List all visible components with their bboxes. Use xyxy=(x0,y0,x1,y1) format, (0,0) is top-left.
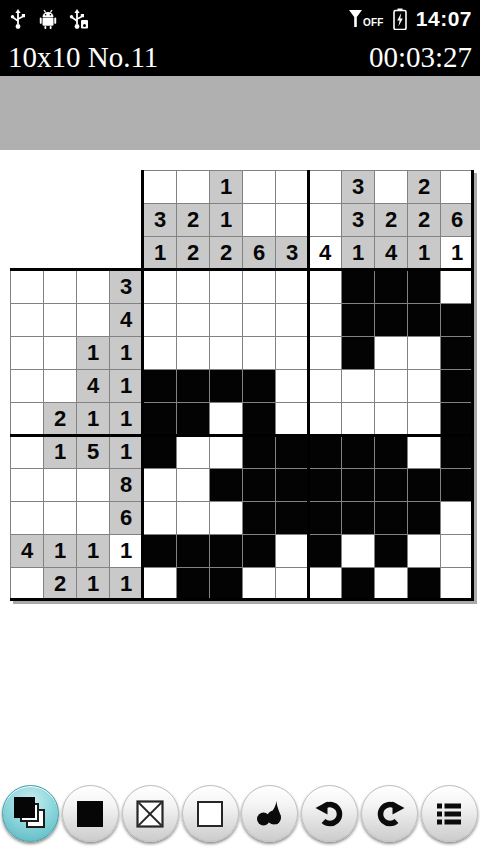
board-cell-r4c1[interactable] xyxy=(144,370,176,402)
redo-arrow-icon xyxy=(374,798,406,830)
board-cell-r2c10[interactable] xyxy=(441,304,473,336)
top-clue-r2c1: 3 xyxy=(144,204,176,236)
board-cell-r5c5[interactable] xyxy=(276,403,308,435)
board-cell-r9c10[interactable] xyxy=(441,535,473,567)
board-cell-r3c4[interactable] xyxy=(243,337,275,369)
board-cell-r8c8[interactable] xyxy=(375,502,407,534)
board-cell-r2c1[interactable] xyxy=(144,304,176,336)
board-cell-r8c4[interactable] xyxy=(243,502,275,534)
board-cell-r5c4[interactable] xyxy=(243,403,275,435)
left-clue-r10c3: 1 xyxy=(77,568,109,600)
board-cell-r7c3[interactable] xyxy=(210,469,242,501)
left-clue-r4c1 xyxy=(11,370,43,402)
board-cell-r7c8[interactable] xyxy=(375,469,407,501)
clear-white-button[interactable] xyxy=(182,785,239,842)
left-clue-r6c1 xyxy=(11,436,43,468)
board-cell-r3c1[interactable] xyxy=(144,337,176,369)
left-clue-r4c2 xyxy=(44,370,76,402)
board-cell-r6c6[interactable] xyxy=(309,436,341,468)
board-cell-r9c1[interactable] xyxy=(144,535,176,567)
app-screen: OFF 14:07 10x10 No.11 00:03:27 132321322… xyxy=(0,0,480,854)
top-clue-r1c5 xyxy=(276,171,308,203)
left-clue-r9c1: 4 xyxy=(11,535,43,567)
black-square-icon xyxy=(77,801,103,827)
board-cell-r4c7[interactable] xyxy=(342,370,374,402)
left-clue-r6c4: 1 xyxy=(110,436,142,468)
top-clue-r1c3: 1 xyxy=(210,171,242,203)
board-cell-r2c8[interactable] xyxy=(375,304,407,336)
board-cell-r8c5[interactable] xyxy=(276,502,308,534)
clock-time: 14:07 xyxy=(416,7,472,31)
status-icons-left xyxy=(8,8,90,30)
board-cell-r5c6[interactable] xyxy=(309,403,341,435)
left-clue-r1c4: 3 xyxy=(110,271,142,303)
top-clue-r1c2 xyxy=(177,171,209,203)
left-clue-r2c3 xyxy=(77,304,109,336)
board-cell-r2c6[interactable] xyxy=(309,304,341,336)
left-clue-r7c1 xyxy=(11,469,43,501)
top-clue-r3c9: 1 xyxy=(408,237,440,269)
board-cell-r8c6[interactable] xyxy=(309,502,341,534)
board-cell-r6c1[interactable] xyxy=(144,436,176,468)
top-clue-r2c7: 3 xyxy=(342,204,374,236)
menu-button[interactable] xyxy=(421,785,478,842)
left-clue-r1c3 xyxy=(77,271,109,303)
board-cell-r8c1[interactable] xyxy=(144,502,176,534)
board-cell-r6c9[interactable] xyxy=(408,436,440,468)
board-cell-r9c8[interactable] xyxy=(375,535,407,567)
board-cell-r10c10[interactable] xyxy=(441,568,473,600)
board-cell-r2c5[interactable] xyxy=(276,304,308,336)
board-cell-r6c4[interactable] xyxy=(243,436,275,468)
left-clue-r10c4: 1 xyxy=(110,568,142,600)
board-cell-r8c9[interactable] xyxy=(408,502,440,534)
board-cell-r3c5[interactable] xyxy=(276,337,308,369)
board-cell-r9c6[interactable] xyxy=(309,535,341,567)
board-shadow-right xyxy=(474,173,477,604)
left-clue-r3c1 xyxy=(11,337,43,369)
board-cell-r4c2[interactable] xyxy=(177,370,209,402)
fill-black-button[interactable] xyxy=(62,785,119,842)
board-cell-r8c3[interactable] xyxy=(210,502,242,534)
board-cell-r10c3[interactable] xyxy=(210,568,242,600)
board-cell-r1c6[interactable] xyxy=(309,271,341,303)
left-clue-r3c4: 1 xyxy=(110,337,142,369)
left-clue-r1c2 xyxy=(44,271,76,303)
brush-button[interactable] xyxy=(241,785,298,842)
board-cell-r2c7[interactable] xyxy=(342,304,374,336)
left-clue-r5c1 xyxy=(11,403,43,435)
board-cell-r4c9[interactable] xyxy=(408,370,440,402)
board-cell-r6c8[interactable] xyxy=(375,436,407,468)
elapsed-timer: 00:03:27 xyxy=(369,41,472,74)
board-cell-r6c7[interactable] xyxy=(342,436,374,468)
top-clue-r3c1: 1 xyxy=(144,237,176,269)
clue-corner xyxy=(10,170,143,270)
list-menu-icon xyxy=(434,799,464,829)
board-cell-r5c2[interactable] xyxy=(177,403,209,435)
top-clue-r3c8: 4 xyxy=(375,237,407,269)
left-clue-r1c1 xyxy=(11,271,43,303)
board-cell-r1c9[interactable] xyxy=(408,271,440,303)
top-clue-r2c9: 2 xyxy=(408,204,440,236)
board-cell-r2c4[interactable] xyxy=(243,304,275,336)
top-clue-r3c3: 2 xyxy=(210,237,242,269)
status-bar: OFF 14:07 xyxy=(0,0,480,38)
top-clue-r1c4 xyxy=(243,171,275,203)
left-clue-r9c4: 1 xyxy=(110,535,142,567)
board-cell-r1c1[interactable] xyxy=(144,271,176,303)
multi-tool-button[interactable] xyxy=(2,785,59,842)
board-cell-r5c7[interactable] xyxy=(342,403,374,435)
usb-icon xyxy=(8,8,28,30)
board-cell-r4c3[interactable] xyxy=(210,370,242,402)
top-clue-r3c2: 2 xyxy=(177,237,209,269)
left-clue-r8c1 xyxy=(11,502,43,534)
board-cell-r7c10[interactable] xyxy=(441,469,473,501)
board-cell-r4c10[interactable] xyxy=(441,370,473,402)
top-clue-r3c7: 1 xyxy=(342,237,374,269)
board-cell-r3c8[interactable] xyxy=(375,337,407,369)
board-cell-r2c2[interactable] xyxy=(177,304,209,336)
board-cell-r1c10[interactable] xyxy=(441,271,473,303)
left-clue-r10c2: 2 xyxy=(44,568,76,600)
board-cell-r7c4[interactable] xyxy=(243,469,275,501)
board-cell-r1c5[interactable] xyxy=(276,271,308,303)
board-cell-r10c1[interactable] xyxy=(144,568,176,600)
board-cell-r1c2[interactable] xyxy=(177,271,209,303)
thick-line-row5-6 xyxy=(10,434,474,437)
top-clue-r3c4: 6 xyxy=(243,237,275,269)
top-clue-r1c7: 3 xyxy=(342,171,374,203)
board-cell-r8c7[interactable] xyxy=(342,502,374,534)
board-cell-r1c4[interactable] xyxy=(243,271,275,303)
board-cell-r5c9[interactable] xyxy=(408,403,440,435)
left-clue-r7c4: 8 xyxy=(110,469,142,501)
board-cell-r10c7[interactable] xyxy=(342,568,374,600)
undo-button[interactable] xyxy=(301,785,358,842)
left-clue-r7c2 xyxy=(44,469,76,501)
board-cell-r7c2[interactable] xyxy=(177,469,209,501)
top-clue-r1c10 xyxy=(441,171,473,203)
board-cell-r3c7[interactable] xyxy=(342,337,374,369)
board-cell-r9c2[interactable] xyxy=(177,535,209,567)
board-cell-r9c7[interactable] xyxy=(342,535,374,567)
board-cell-r2c9[interactable] xyxy=(408,304,440,336)
signal-off-label: OFF xyxy=(363,17,384,28)
title-bar: 10x10 No.11 00:03:27 xyxy=(0,38,480,76)
board-cell-r4c4[interactable] xyxy=(243,370,275,402)
board-cell-r10c6[interactable] xyxy=(309,568,341,600)
board-cell-r1c7[interactable] xyxy=(342,271,374,303)
left-clue-r2c1 xyxy=(11,304,43,336)
left-clue-r3c3: 1 xyxy=(77,337,109,369)
board-cell-r7c9[interactable] xyxy=(408,469,440,501)
board-cell-r7c7[interactable] xyxy=(342,469,374,501)
board-cell-r9c3[interactable] xyxy=(210,535,242,567)
board-cell-r3c6[interactable] xyxy=(309,337,341,369)
top-clue-r2c10: 6 xyxy=(441,204,473,236)
board-cell-r5c8[interactable] xyxy=(375,403,407,435)
board-cell-r5c1[interactable] xyxy=(144,403,176,435)
board-cell-r10c5[interactable] xyxy=(276,568,308,600)
top-clue-r2c5 xyxy=(276,204,308,236)
board-cell-r10c2[interactable] xyxy=(177,568,209,600)
top-clue-r2c3: 1 xyxy=(210,204,242,236)
top-clue-r1c6 xyxy=(309,171,341,203)
top-clue-r3c5: 3 xyxy=(276,237,308,269)
board-cell-r9c9[interactable] xyxy=(408,535,440,567)
left-clue-r6c3: 5 xyxy=(77,436,109,468)
left-clue-r9c2: 1 xyxy=(44,535,76,567)
status-icons-right: OFF 14:07 xyxy=(348,7,472,31)
board-cell-r1c8[interactable] xyxy=(375,271,407,303)
battery-charging-icon xyxy=(393,8,407,30)
signal-off-icon: OFF xyxy=(348,9,384,29)
board-cell-r3c10[interactable] xyxy=(441,337,473,369)
left-clue-r5c3: 1 xyxy=(77,403,109,435)
board-cell-r6c3[interactable] xyxy=(210,436,242,468)
usb-storage-icon xyxy=(68,8,90,30)
board-cell-r2c3[interactable] xyxy=(210,304,242,336)
nonogram-puzzle: 13232132261226341411 3411412111518641112… xyxy=(10,170,474,601)
board-cell-r9c4[interactable] xyxy=(243,535,275,567)
left-clue-r10c1 xyxy=(11,568,43,600)
board-shadow-bottom xyxy=(13,601,477,604)
top-clue-r2c6 xyxy=(309,204,341,236)
board-cell-r5c3[interactable] xyxy=(210,403,242,435)
redo-button[interactable] xyxy=(361,785,418,842)
left-clue-r8c4: 6 xyxy=(110,502,142,534)
board-cell-r7c1[interactable] xyxy=(144,469,176,501)
brush-icon xyxy=(254,798,286,830)
board-cell-r4c5[interactable] xyxy=(276,370,308,402)
board-cell-r5c10[interactable] xyxy=(441,403,473,435)
board-cell-r6c5[interactable] xyxy=(276,436,308,468)
top-clue-r1c1 xyxy=(144,171,176,203)
thick-line-board-left xyxy=(141,170,144,601)
left-clue-r8c2 xyxy=(44,502,76,534)
left-clue-r3c2 xyxy=(44,337,76,369)
left-clue-r9c3: 1 xyxy=(77,535,109,567)
board-cell-r3c3[interactable] xyxy=(210,337,242,369)
left-clue-r4c3: 4 xyxy=(77,370,109,402)
top-clue-r1c8 xyxy=(375,171,407,203)
layered-squares-icon xyxy=(14,797,47,830)
board-cell-r7c6[interactable] xyxy=(309,469,341,501)
white-square-icon xyxy=(197,801,223,827)
board-cell-r1c3[interactable] xyxy=(210,271,242,303)
board-cell-r10c8[interactable] xyxy=(375,568,407,600)
board-cell-r3c9[interactable] xyxy=(408,337,440,369)
board-cell-r9c5[interactable] xyxy=(276,535,308,567)
board-cell-r10c9[interactable] xyxy=(408,568,440,600)
board-cell-r4c6[interactable] xyxy=(309,370,341,402)
board-cell-r6c10[interactable] xyxy=(441,436,473,468)
puzzle-title: 10x10 No.11 xyxy=(8,41,158,74)
thick-line-board-top xyxy=(10,268,474,271)
thick-line-col5-6 xyxy=(307,170,310,601)
board-cell-r10c4[interactable] xyxy=(243,568,275,600)
top-clue-r3c6: 4 xyxy=(309,237,341,269)
x-square-icon xyxy=(135,799,165,829)
board-cell-r7c5[interactable] xyxy=(276,469,308,501)
top-clue-r2c8: 2 xyxy=(375,204,407,236)
board-cell-r6c2[interactable] xyxy=(177,436,209,468)
tool-bar xyxy=(0,785,480,842)
left-clue-r8c3 xyxy=(77,502,109,534)
board-cell-r8c10[interactable] xyxy=(441,502,473,534)
left-clue-r2c4: 4 xyxy=(110,304,142,336)
board-cell-r4c8[interactable] xyxy=(375,370,407,402)
ad-banner xyxy=(0,76,480,150)
top-clue-r1c9: 2 xyxy=(408,171,440,203)
undo-arrow-icon xyxy=(314,798,346,830)
top-clue-r3c10: 1 xyxy=(441,237,473,269)
mark-x-button[interactable] xyxy=(122,785,179,842)
left-clue-r7c3 xyxy=(77,469,109,501)
board-cell-r8c2[interactable] xyxy=(177,502,209,534)
left-clue-r5c4: 1 xyxy=(110,403,142,435)
left-clue-r5c2: 2 xyxy=(44,403,76,435)
left-clue-r2c2 xyxy=(44,304,76,336)
top-clue-r2c2: 2 xyxy=(177,204,209,236)
board-cell-r3c2[interactable] xyxy=(177,337,209,369)
left-clue-r4c4: 1 xyxy=(110,370,142,402)
top-clue-r2c4 xyxy=(243,204,275,236)
left-clue-r6c2: 1 xyxy=(44,436,76,468)
android-debug-icon xyxy=(37,8,59,30)
